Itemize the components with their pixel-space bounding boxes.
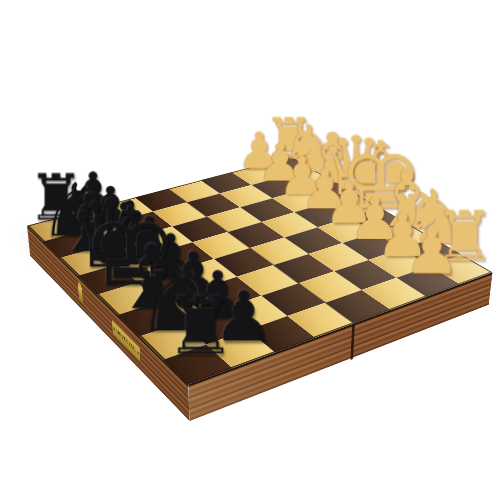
chess-board: OFFICIAL ♜♟♟♜♞♟♟♞♝♟♟♝♛♟♟♛♚♟♟♚♝♟♟♝♞♟♟♞♜♟♟…: [27, 157, 493, 385]
piece-wp-h2: ♟: [381, 222, 483, 284]
piece-br-h8: ♜: [142, 287, 259, 367]
product-photo-scene: OFFICIAL ♜♟♟♜♞♟♟♞♝♟♟♝♛♟♟♛♚♟♟♚♝♟♟♝♞♟♟♞♜♟♟…: [0, 0, 500, 500]
